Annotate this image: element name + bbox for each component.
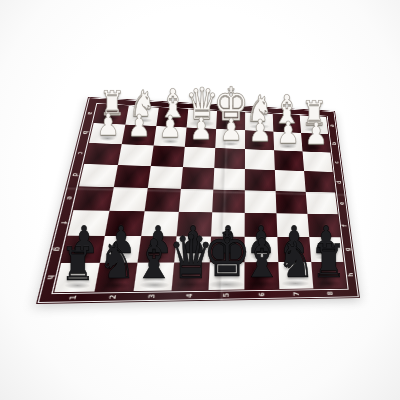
square[interactable] (213, 168, 245, 190)
black-rook[interactable]: ♜ (60, 242, 95, 288)
photo-stage: 12345678 12345678 abcdefgh abcdefgh ♜♞♝♛… (0, 0, 400, 400)
white-pawn[interactable]: ♟ (189, 114, 212, 144)
white-pawn[interactable]: ♟ (159, 112, 182, 142)
square[interactable] (109, 187, 147, 211)
square[interactable] (304, 171, 335, 192)
square[interactable] (84, 143, 122, 165)
square[interactable] (276, 191, 308, 214)
white-pawn[interactable]: ♟ (276, 118, 299, 148)
square[interactable] (118, 144, 154, 166)
square[interactable] (245, 149, 275, 170)
square[interactable] (303, 151, 333, 172)
square[interactable] (181, 167, 214, 189)
square[interactable] (183, 147, 215, 168)
white-pawn[interactable]: ♟ (248, 116, 271, 146)
square[interactable] (79, 164, 118, 187)
square[interactable] (245, 169, 276, 191)
white-pawn[interactable]: ♟ (96, 110, 119, 140)
black-knight[interactable]: ♞ (277, 236, 315, 286)
square[interactable] (151, 146, 185, 168)
square[interactable] (179, 189, 213, 213)
square[interactable] (73, 186, 113, 210)
square[interactable] (114, 165, 151, 188)
square[interactable] (145, 188, 181, 212)
square[interactable] (245, 190, 277, 213)
white-pawn[interactable]: ♟ (304, 119, 327, 149)
white-pawn[interactable]: ♟ (128, 111, 151, 141)
square[interactable] (306, 192, 338, 214)
square[interactable] (212, 190, 245, 213)
square[interactable] (274, 150, 304, 171)
square[interactable] (148, 166, 183, 189)
black-rook[interactable]: ♜ (311, 239, 346, 285)
white-pawn[interactable]: ♟ (219, 115, 242, 145)
black-knight[interactable]: ♞ (98, 237, 136, 287)
square[interactable] (214, 148, 245, 169)
square[interactable] (275, 170, 306, 192)
